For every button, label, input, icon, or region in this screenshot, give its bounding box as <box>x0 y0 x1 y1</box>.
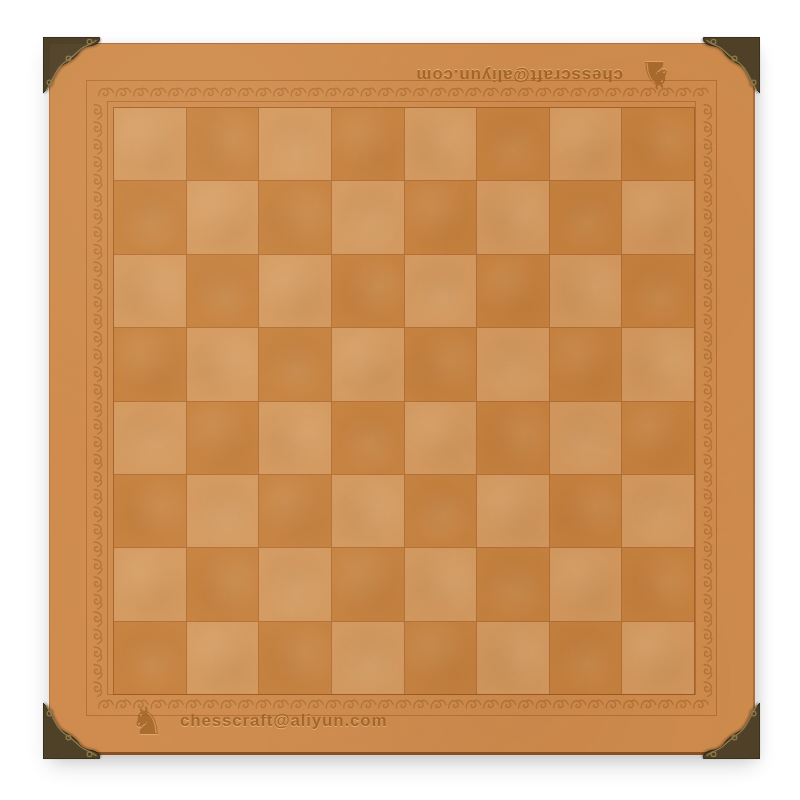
square-d8[interactable] <box>332 108 404 180</box>
square-b1[interactable] <box>187 622 259 694</box>
square-d1[interactable] <box>332 622 404 694</box>
scroll-pattern-left <box>89 101 107 699</box>
square-e1[interactable] <box>405 622 477 694</box>
square-a5[interactable] <box>114 328 186 400</box>
square-h4[interactable] <box>622 402 694 474</box>
square-c7[interactable] <box>259 181 331 253</box>
brand-strip-bottom: ♞ chesscraft@aliyun.com <box>130 700 673 742</box>
square-e5[interactable] <box>405 328 477 400</box>
corner-protector-bottom-left-icon <box>43 697 105 759</box>
square-e3[interactable] <box>405 475 477 547</box>
square-b6[interactable] <box>187 255 259 327</box>
square-f6[interactable] <box>477 255 549 327</box>
square-g3[interactable] <box>550 475 622 547</box>
square-c8[interactable] <box>259 108 331 180</box>
square-c6[interactable] <box>259 255 331 327</box>
square-d6[interactable] <box>332 255 404 327</box>
brand-text-top: chesscraft@aliyun.com <box>416 65 623 85</box>
knight-logo-icon: ♞ <box>639 54 673 96</box>
square-e6[interactable] <box>405 255 477 327</box>
scroll-pattern-bottom <box>89 695 717 713</box>
corner-protector-top-right-icon <box>698 37 760 99</box>
square-d2[interactable] <box>332 548 404 620</box>
corner-protector-bottom-right-icon <box>698 697 760 759</box>
square-a3[interactable] <box>114 475 186 547</box>
square-e8[interactable] <box>405 108 477 180</box>
square-g8[interactable] <box>550 108 622 180</box>
square-a2[interactable] <box>114 548 186 620</box>
square-d5[interactable] <box>332 328 404 400</box>
square-c4[interactable] <box>259 402 331 474</box>
square-f2[interactable] <box>477 548 549 620</box>
square-h1[interactable] <box>622 622 694 694</box>
square-b7[interactable] <box>187 181 259 253</box>
brand-strip-top: ♞ chesscraft@aliyun.com <box>130 54 673 96</box>
square-e2[interactable] <box>405 548 477 620</box>
square-c3[interactable] <box>259 475 331 547</box>
square-g2[interactable] <box>550 548 622 620</box>
square-h6[interactable] <box>622 255 694 327</box>
square-c5[interactable] <box>259 328 331 400</box>
square-h5[interactable] <box>622 328 694 400</box>
square-e4[interactable] <box>405 402 477 474</box>
square-d3[interactable] <box>332 475 404 547</box>
square-b2[interactable] <box>187 548 259 620</box>
square-f5[interactable] <box>477 328 549 400</box>
square-g4[interactable] <box>550 402 622 474</box>
square-h3[interactable] <box>622 475 694 547</box>
square-a8[interactable] <box>114 108 186 180</box>
square-g7[interactable] <box>550 181 622 253</box>
leather-chess-mat: ♞ chesscraft@aliyun.com ♞ chesscraft@ali… <box>49 43 755 755</box>
knight-logo-icon: ♞ <box>130 700 164 742</box>
square-a7[interactable] <box>114 181 186 253</box>
square-f1[interactable] <box>477 622 549 694</box>
scroll-pattern-top <box>89 83 717 101</box>
square-a1[interactable] <box>114 622 186 694</box>
square-g6[interactable] <box>550 255 622 327</box>
square-f8[interactable] <box>477 108 549 180</box>
square-b5[interactable] <box>187 328 259 400</box>
square-e7[interactable] <box>405 181 477 253</box>
square-f4[interactable] <box>477 402 549 474</box>
scroll-pattern-right <box>699 101 717 699</box>
square-h8[interactable] <box>622 108 694 180</box>
square-g1[interactable] <box>550 622 622 694</box>
square-c2[interactable] <box>259 548 331 620</box>
square-d7[interactable] <box>332 181 404 253</box>
square-g5[interactable] <box>550 328 622 400</box>
square-f3[interactable] <box>477 475 549 547</box>
chess-board-grid <box>113 107 695 695</box>
square-h2[interactable] <box>622 548 694 620</box>
square-c1[interactable] <box>259 622 331 694</box>
square-b8[interactable] <box>187 108 259 180</box>
square-f7[interactable] <box>477 181 549 253</box>
square-d4[interactable] <box>332 402 404 474</box>
brand-text-bottom: chesscraft@aliyun.com <box>180 711 387 731</box>
square-h7[interactable] <box>622 181 694 253</box>
square-b3[interactable] <box>187 475 259 547</box>
product-photo-stage: ♞ chesscraft@aliyun.com ♞ chesscraft@ali… <box>0 0 800 800</box>
square-a4[interactable] <box>114 402 186 474</box>
square-b4[interactable] <box>187 402 259 474</box>
corner-protector-top-left-icon <box>43 37 105 99</box>
square-a6[interactable] <box>114 255 186 327</box>
